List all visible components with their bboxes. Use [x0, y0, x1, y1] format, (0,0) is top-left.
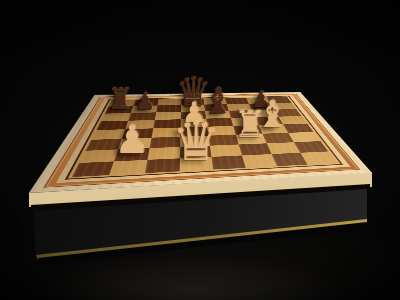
white-pawn-b2[interactable]: ♟: [115, 120, 150, 159]
white-rook-f3[interactable]: ♜: [233, 106, 266, 143]
white-queen-d1[interactable]: ♛: [172, 115, 220, 169]
black-pawn-b7[interactable]: ♟: [135, 90, 156, 113]
pieces-layer: ♟♛♟♜♝♟♝♜♟♛: [0, 0, 400, 300]
black-rook-a7[interactable]: ♜: [107, 85, 133, 114]
chess-scene: ♟♛♟♜♝♟♝♜♟♛: [0, 0, 400, 300]
